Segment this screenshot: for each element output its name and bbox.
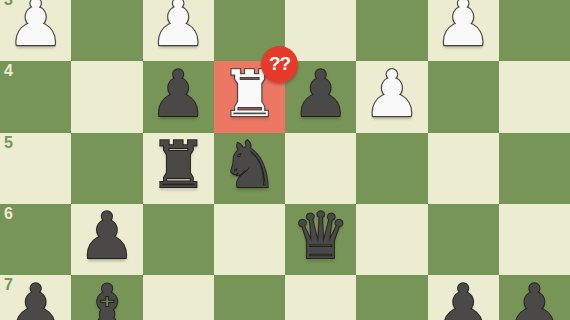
blunder-badge-text: ?? bbox=[269, 54, 290, 73]
white-pawn-b3[interactable]: ♟ bbox=[428, 0, 499, 58]
square-a3[interactable] bbox=[499, 0, 570, 61]
square-g3[interactable] bbox=[71, 0, 142, 61]
square-c4[interactable]: ♟ bbox=[356, 61, 427, 132]
square-g5[interactable] bbox=[71, 133, 142, 204]
black-pawn-b7[interactable]: ♟ bbox=[428, 272, 499, 320]
square-d7[interactable] bbox=[285, 275, 356, 320]
black-bishop-g7[interactable]: ♝ bbox=[71, 272, 142, 320]
square-d6[interactable]: ♛ bbox=[285, 204, 356, 275]
square-b4[interactable] bbox=[428, 61, 499, 132]
square-g7[interactable]: ♝ bbox=[71, 275, 142, 320]
square-b5[interactable] bbox=[428, 133, 499, 204]
rank-label-5: 5 bbox=[4, 135, 13, 151]
square-d5[interactable] bbox=[285, 133, 356, 204]
chessboard-viewport: 3♟♟♟4♟♜♟♟5♜♞6♟♛7♟♝♟♟ ?? bbox=[0, 0, 570, 320]
square-a7[interactable]: ♟ bbox=[499, 275, 570, 320]
black-pawn-h7[interactable]: ♟ bbox=[0, 272, 71, 320]
blunder-badge-icon: ?? bbox=[261, 46, 298, 83]
square-h5[interactable]: 5 bbox=[0, 133, 71, 204]
square-g4[interactable] bbox=[71, 61, 142, 132]
white-pawn-f3[interactable]: ♟ bbox=[143, 0, 214, 58]
square-d3[interactable] bbox=[285, 0, 356, 61]
square-f3[interactable]: ♟ bbox=[143, 0, 214, 61]
rank-label-6: 6 bbox=[4, 206, 13, 222]
square-a4[interactable] bbox=[499, 61, 570, 132]
square-c7[interactable] bbox=[356, 275, 427, 320]
white-pawn-c4[interactable]: ♟ bbox=[356, 58, 427, 129]
square-a5[interactable] bbox=[499, 133, 570, 204]
square-f6[interactable] bbox=[143, 204, 214, 275]
square-h6[interactable]: 6 bbox=[0, 204, 71, 275]
square-f7[interactable] bbox=[143, 275, 214, 320]
black-rook-f5[interactable]: ♜ bbox=[143, 130, 214, 201]
square-e7[interactable] bbox=[214, 275, 285, 320]
square-c3[interactable] bbox=[356, 0, 427, 61]
white-pawn-h3[interactable]: ♟ bbox=[0, 0, 71, 58]
square-f5[interactable]: ♜ bbox=[143, 133, 214, 204]
square-c6[interactable] bbox=[356, 204, 427, 275]
square-f4[interactable]: ♟ bbox=[143, 61, 214, 132]
square-e6[interactable] bbox=[214, 204, 285, 275]
square-g6[interactable]: ♟ bbox=[71, 204, 142, 275]
square-b6[interactable] bbox=[428, 204, 499, 275]
square-e5[interactable]: ♞ bbox=[214, 133, 285, 204]
black-queen-d6[interactable]: ♛ bbox=[285, 201, 356, 272]
square-a6[interactable] bbox=[499, 204, 570, 275]
square-h3[interactable]: 3♟ bbox=[0, 0, 71, 61]
square-b7[interactable]: ♟ bbox=[428, 275, 499, 320]
black-pawn-f4[interactable]: ♟ bbox=[143, 58, 214, 129]
square-h4[interactable]: 4 bbox=[0, 61, 71, 132]
square-c5[interactable] bbox=[356, 133, 427, 204]
square-b3[interactable]: ♟ bbox=[428, 0, 499, 61]
black-pawn-g6[interactable]: ♟ bbox=[71, 201, 142, 272]
rank-label-4: 4 bbox=[4, 63, 13, 79]
black-knight-e5[interactable]: ♞ bbox=[214, 130, 285, 201]
square-h7[interactable]: 7♟ bbox=[0, 275, 71, 320]
black-pawn-a7[interactable]: ♟ bbox=[499, 272, 570, 320]
